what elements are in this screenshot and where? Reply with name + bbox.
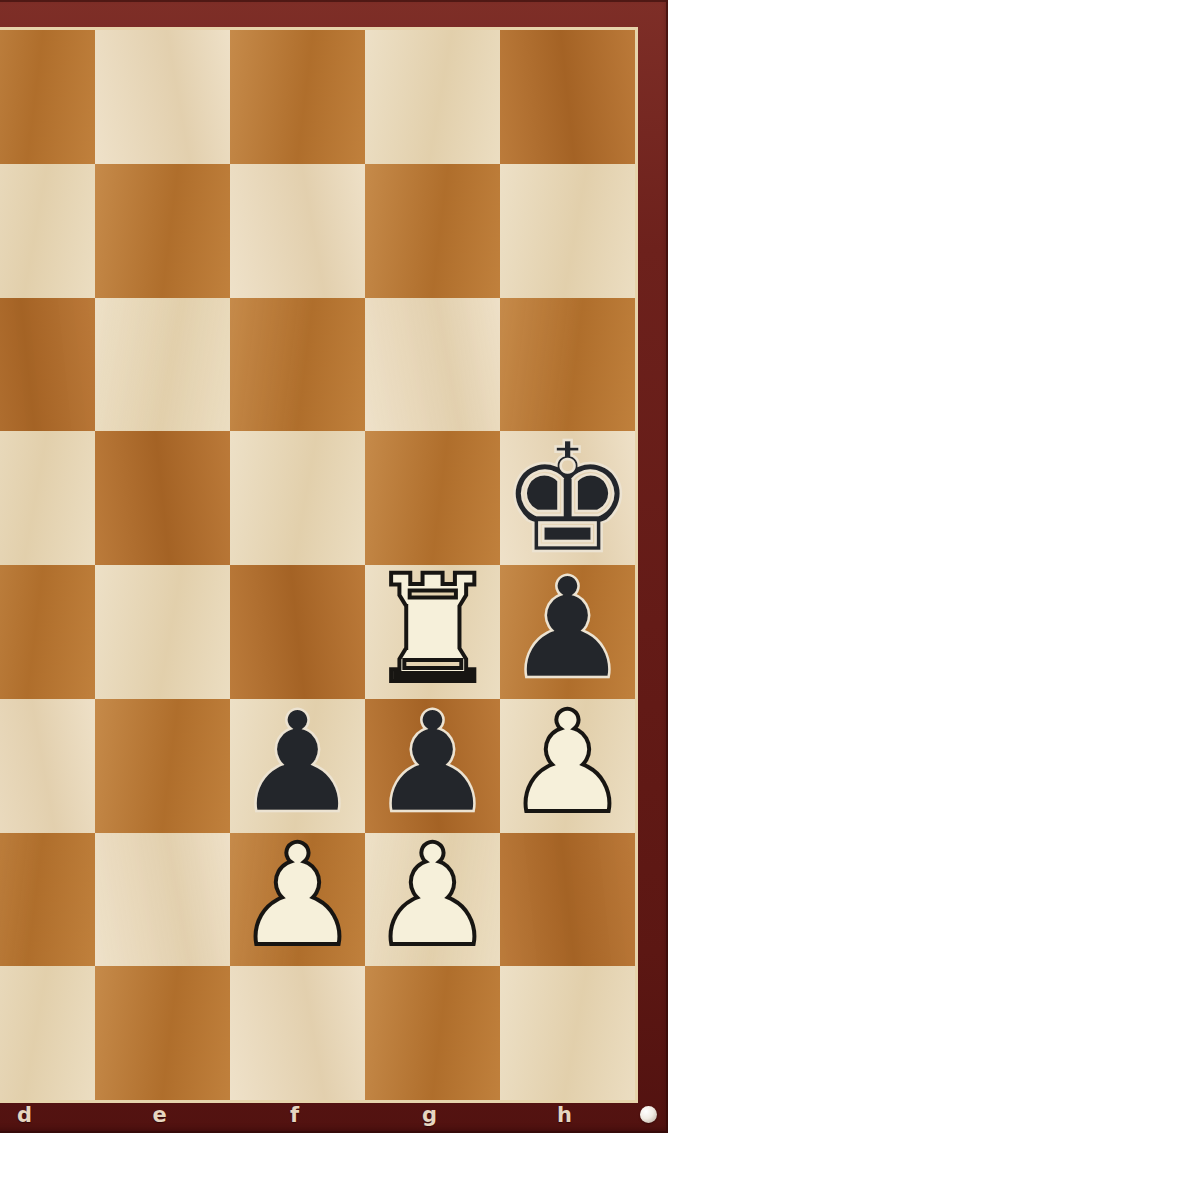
square-h2[interactable] xyxy=(500,833,635,967)
piece-white-pawn-f2[interactable]: ♟ xyxy=(235,826,361,966)
frame-corner-knob xyxy=(640,1106,657,1123)
square-f4[interactable] xyxy=(230,565,365,699)
square-d7[interactable] xyxy=(0,164,95,298)
square-h4[interactable]: ♟ xyxy=(500,565,635,699)
square-g8[interactable] xyxy=(365,30,500,164)
square-h3[interactable]: ♟ xyxy=(500,699,635,833)
file-label-h: h xyxy=(497,1100,632,1130)
square-g1[interactable] xyxy=(365,966,500,1100)
square-f1[interactable] xyxy=(230,966,365,1100)
chess-board-frame: ♚♜♟♟♟♟♟♟ abcdefgh xyxy=(0,0,668,1133)
square-f5[interactable] xyxy=(230,431,365,565)
square-e2[interactable] xyxy=(95,833,230,967)
square-g2[interactable]: ♟ xyxy=(365,833,500,967)
square-e6[interactable] xyxy=(95,298,230,432)
square-h1[interactable] xyxy=(500,966,635,1100)
square-d2[interactable] xyxy=(0,833,95,967)
square-g6[interactable] xyxy=(365,298,500,432)
square-g7[interactable] xyxy=(365,164,500,298)
piece-black-pawn-g3[interactable]: ♟ xyxy=(370,693,496,833)
piece-black-pawn-h4[interactable]: ♟ xyxy=(505,559,631,699)
square-h7[interactable] xyxy=(500,164,635,298)
square-g3[interactable]: ♟ xyxy=(365,699,500,833)
file-label-e: e xyxy=(92,1100,227,1130)
square-f3[interactable]: ♟ xyxy=(230,699,365,833)
square-g4[interactable]: ♜ xyxy=(365,565,500,699)
square-f6[interactable] xyxy=(230,298,365,432)
square-e5[interactable] xyxy=(95,431,230,565)
square-f7[interactable] xyxy=(230,164,365,298)
square-e3[interactable] xyxy=(95,699,230,833)
square-d4[interactable] xyxy=(0,565,95,699)
square-h8[interactable] xyxy=(500,30,635,164)
file-label-g: g xyxy=(362,1100,497,1130)
square-e1[interactable] xyxy=(95,966,230,1100)
chess-board-squares: ♚♜♟♟♟♟♟♟ xyxy=(0,27,638,1103)
square-e4[interactable] xyxy=(95,565,230,699)
square-f8[interactable] xyxy=(230,30,365,164)
square-d8[interactable] xyxy=(0,30,95,164)
piece-white-pawn-g2[interactable]: ♟ xyxy=(370,826,496,966)
piece-white-pawn-h3[interactable]: ♟ xyxy=(505,693,631,833)
file-label-d: d xyxy=(0,1100,92,1130)
chess-board-viewport: ♚♜♟♟♟♟♟♟ abcdefgh xyxy=(0,0,668,1134)
file-label-f: f xyxy=(227,1100,362,1130)
square-d5[interactable] xyxy=(0,431,95,565)
square-f2[interactable]: ♟ xyxy=(230,833,365,967)
square-d3[interactable] xyxy=(0,699,95,833)
square-e8[interactable] xyxy=(95,30,230,164)
square-d6[interactable] xyxy=(0,298,95,432)
square-d1[interactable] xyxy=(0,966,95,1100)
piece-black-pawn-f3[interactable]: ♟ xyxy=(235,693,361,833)
square-e7[interactable] xyxy=(95,164,230,298)
square-h5[interactable]: ♚ xyxy=(500,431,635,565)
